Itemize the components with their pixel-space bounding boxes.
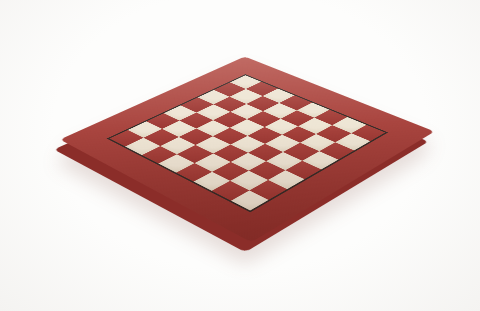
inner-border-line — [107, 74, 388, 212]
product-photo-scene — [0, 0, 480, 311]
board-shadow-wrap — [0, 0, 480, 311]
squares-grid — [110, 75, 386, 210]
chess-board — [60, 56, 435, 242]
